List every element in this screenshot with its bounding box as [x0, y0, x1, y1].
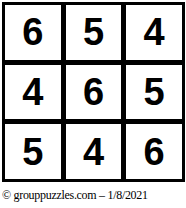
cell-r3c2: 4 [66, 124, 122, 179]
puzzle-board: 6 5 4 4 6 5 5 4 6 [2, 2, 185, 182]
cell-r2c2: 6 [66, 65, 122, 120]
cell-r3c1: 5 [5, 124, 61, 179]
cell-r1c3: 4 [126, 5, 182, 60]
cell-r2c3: 5 [126, 65, 182, 120]
copyright-credit: © grouppuzzles.com – 1/8/2021 [2, 188, 148, 203]
cell-r1c2: 5 [66, 5, 122, 60]
cell-r3c3: 6 [126, 124, 182, 179]
cell-r1c1: 6 [5, 5, 61, 60]
cell-r2c1: 4 [5, 65, 61, 120]
